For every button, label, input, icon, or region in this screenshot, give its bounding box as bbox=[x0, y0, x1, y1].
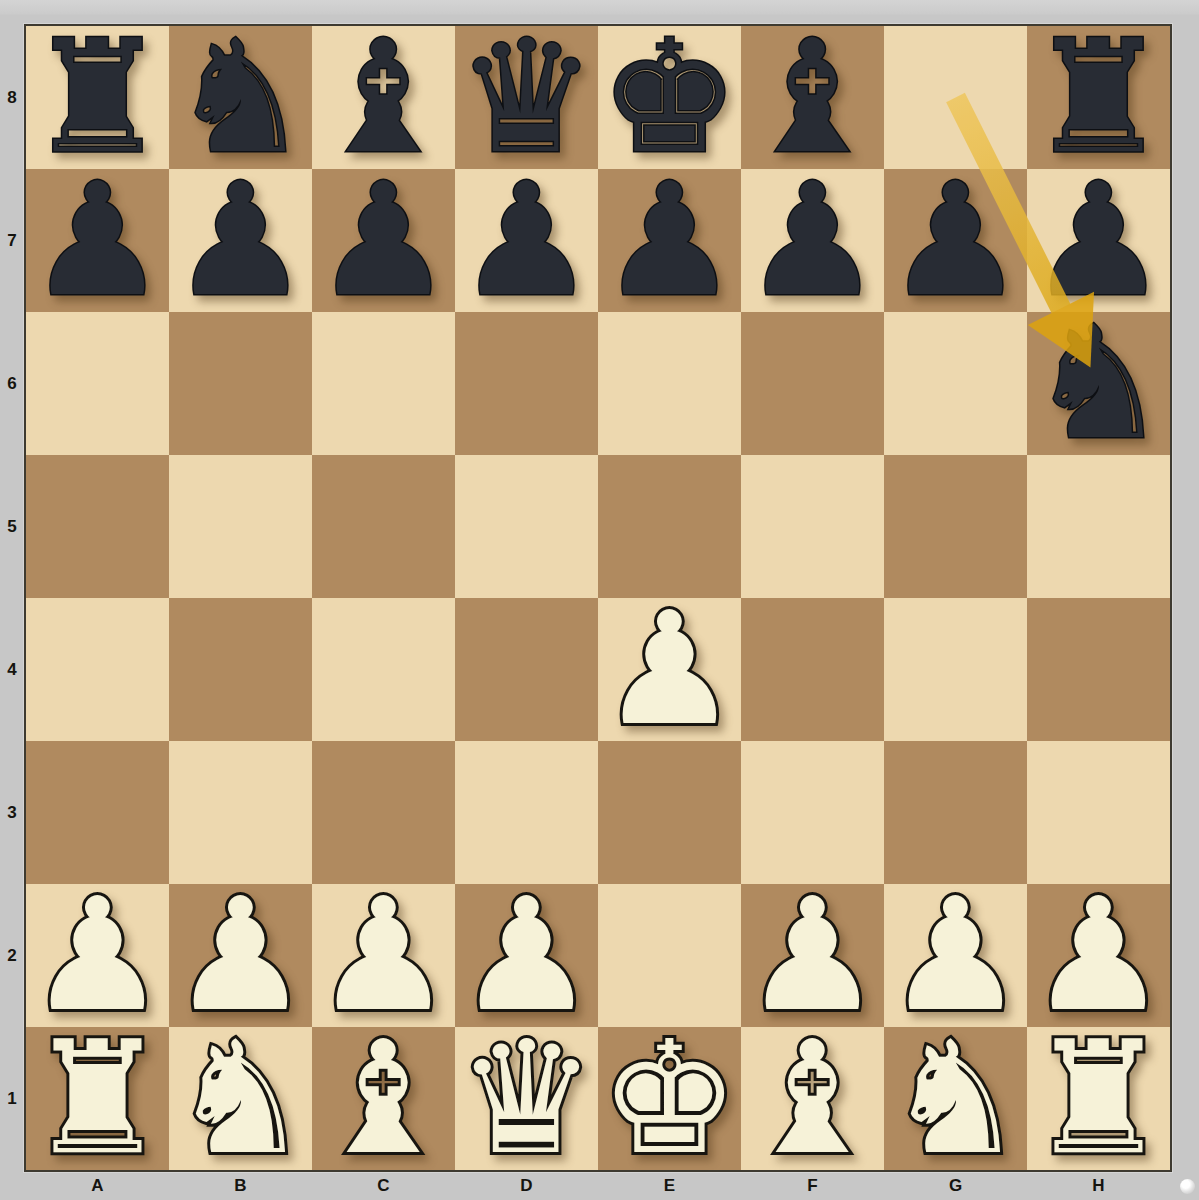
square-h8[interactable]: ♜ bbox=[1027, 26, 1170, 169]
square-e8[interactable]: ♚ bbox=[598, 26, 741, 169]
square-g8[interactable] bbox=[884, 26, 1027, 169]
black-rook: ♜ bbox=[1029, 26, 1169, 169]
square-d5[interactable] bbox=[455, 455, 598, 598]
square-h1[interactable]: ♜ bbox=[1027, 1027, 1170, 1170]
white-pawn: ♟ bbox=[743, 884, 883, 1027]
square-c4[interactable] bbox=[312, 598, 455, 741]
rank-labels: 87654321 bbox=[0, 26, 24, 1170]
square-d8[interactable]: ♛ bbox=[455, 26, 598, 169]
square-g1[interactable]: ♞ bbox=[884, 1027, 1027, 1170]
rank-label-5: 5 bbox=[0, 455, 24, 598]
square-d2[interactable]: ♟ bbox=[455, 884, 598, 1027]
white-knight: ♞ bbox=[886, 1027, 1026, 1170]
black-bishop: ♝ bbox=[743, 26, 883, 169]
square-a8[interactable]: ♜ bbox=[26, 26, 169, 169]
rank-label-7: 7 bbox=[0, 169, 24, 312]
white-pawn: ♟ bbox=[1029, 884, 1169, 1027]
square-b5[interactable] bbox=[169, 455, 312, 598]
rank-label-4: 4 bbox=[0, 598, 24, 741]
square-d3[interactable] bbox=[455, 741, 598, 884]
square-a5[interactable] bbox=[26, 455, 169, 598]
black-pawn: ♟ bbox=[743, 169, 883, 312]
file-label-a: A bbox=[26, 1173, 169, 1199]
square-g2[interactable]: ♟ bbox=[884, 884, 1027, 1027]
square-b3[interactable] bbox=[169, 741, 312, 884]
square-f7[interactable]: ♟ bbox=[741, 169, 884, 312]
square-g4[interactable] bbox=[884, 598, 1027, 741]
square-g5[interactable] bbox=[884, 455, 1027, 598]
black-pawn: ♟ bbox=[600, 169, 740, 312]
square-e2[interactable] bbox=[598, 884, 741, 1027]
square-e5[interactable] bbox=[598, 455, 741, 598]
board-grid: ♜♞♝♛♚♝♜♟♟♟♟♟♟♟♟♞♟♟♟♟♟♟♟♟♜♞♝♛♚♝♞♜ bbox=[26, 26, 1170, 1170]
square-c3[interactable] bbox=[312, 741, 455, 884]
square-g6[interactable] bbox=[884, 312, 1027, 455]
black-pawn: ♟ bbox=[886, 169, 1026, 312]
square-b6[interactable] bbox=[169, 312, 312, 455]
square-h7[interactable]: ♟ bbox=[1027, 169, 1170, 312]
square-b4[interactable] bbox=[169, 598, 312, 741]
file-label-b: B bbox=[169, 1173, 312, 1199]
square-a6[interactable] bbox=[26, 312, 169, 455]
square-a3[interactable] bbox=[26, 741, 169, 884]
square-d6[interactable] bbox=[455, 312, 598, 455]
white-king: ♚ bbox=[600, 1027, 740, 1170]
white-rook: ♜ bbox=[28, 1027, 168, 1170]
white-pawn: ♟ bbox=[600, 598, 740, 741]
square-c1[interactable]: ♝ bbox=[312, 1027, 455, 1170]
square-g7[interactable]: ♟ bbox=[884, 169, 1027, 312]
square-h3[interactable] bbox=[1027, 741, 1170, 884]
white-pawn: ♟ bbox=[171, 884, 311, 1027]
black-pawn: ♟ bbox=[314, 169, 454, 312]
black-knight: ♞ bbox=[1029, 312, 1169, 455]
white-pawn: ♟ bbox=[314, 884, 454, 1027]
rank-label-2: 2 bbox=[0, 884, 24, 1027]
square-a1[interactable]: ♜ bbox=[26, 1027, 169, 1170]
square-b7[interactable]: ♟ bbox=[169, 169, 312, 312]
square-d4[interactable] bbox=[455, 598, 598, 741]
square-e4[interactable]: ♟ bbox=[598, 598, 741, 741]
square-h4[interactable] bbox=[1027, 598, 1170, 741]
square-a7[interactable]: ♟ bbox=[26, 169, 169, 312]
square-c2[interactable]: ♟ bbox=[312, 884, 455, 1027]
corner-dot bbox=[1180, 1179, 1195, 1194]
square-f6[interactable] bbox=[741, 312, 884, 455]
rank-label-8: 8 bbox=[0, 26, 24, 169]
file-label-h: H bbox=[1027, 1173, 1170, 1199]
white-pawn: ♟ bbox=[457, 884, 597, 1027]
square-f2[interactable]: ♟ bbox=[741, 884, 884, 1027]
file-label-e: E bbox=[598, 1173, 741, 1199]
square-c8[interactable]: ♝ bbox=[312, 26, 455, 169]
square-f4[interactable] bbox=[741, 598, 884, 741]
square-h2[interactable]: ♟ bbox=[1027, 884, 1170, 1027]
square-h5[interactable] bbox=[1027, 455, 1170, 598]
black-knight: ♞ bbox=[171, 26, 311, 169]
square-g3[interactable] bbox=[884, 741, 1027, 884]
square-e3[interactable] bbox=[598, 741, 741, 884]
square-c5[interactable] bbox=[312, 455, 455, 598]
square-b8[interactable]: ♞ bbox=[169, 26, 312, 169]
black-pawn: ♟ bbox=[1029, 169, 1169, 312]
white-queen: ♛ bbox=[457, 1027, 597, 1170]
file-labels: ABCDEFGH bbox=[26, 1173, 1170, 1199]
square-d1[interactable]: ♛ bbox=[455, 1027, 598, 1170]
square-h6[interactable]: ♞ bbox=[1027, 312, 1170, 455]
black-king: ♚ bbox=[600, 26, 740, 169]
white-rook: ♜ bbox=[1029, 1027, 1169, 1170]
square-e1[interactable]: ♚ bbox=[598, 1027, 741, 1170]
white-knight: ♞ bbox=[171, 1027, 311, 1170]
square-f8[interactable]: ♝ bbox=[741, 26, 884, 169]
file-label-d: D bbox=[455, 1173, 598, 1199]
square-d7[interactable]: ♟ bbox=[455, 169, 598, 312]
square-f3[interactable] bbox=[741, 741, 884, 884]
black-pawn: ♟ bbox=[171, 169, 311, 312]
square-f5[interactable] bbox=[741, 455, 884, 598]
white-pawn: ♟ bbox=[28, 884, 168, 1027]
file-label-c: C bbox=[312, 1173, 455, 1199]
square-b1[interactable]: ♞ bbox=[169, 1027, 312, 1170]
square-e7[interactable]: ♟ bbox=[598, 169, 741, 312]
black-pawn: ♟ bbox=[457, 169, 597, 312]
white-bishop: ♝ bbox=[743, 1027, 883, 1170]
black-rook: ♜ bbox=[28, 26, 168, 169]
file-label-g: G bbox=[884, 1173, 1027, 1199]
black-queen: ♛ bbox=[457, 26, 597, 169]
square-a2[interactable]: ♟ bbox=[26, 884, 169, 1027]
white-bishop: ♝ bbox=[314, 1027, 454, 1170]
black-bishop: ♝ bbox=[314, 26, 454, 169]
square-c7[interactable]: ♟ bbox=[312, 169, 455, 312]
rank-label-1: 1 bbox=[0, 1027, 24, 1170]
square-a4[interactable] bbox=[26, 598, 169, 741]
chess-board: ♜♞♝♛♚♝♜♟♟♟♟♟♟♟♟♞♟♟♟♟♟♟♟♟♜♞♝♛♚♝♞♜ bbox=[24, 24, 1172, 1172]
square-e6[interactable] bbox=[598, 312, 741, 455]
black-pawn: ♟ bbox=[28, 169, 168, 312]
square-f1[interactable]: ♝ bbox=[741, 1027, 884, 1170]
square-c6[interactable] bbox=[312, 312, 455, 455]
white-pawn: ♟ bbox=[886, 884, 1026, 1027]
rank-label-6: 6 bbox=[0, 312, 24, 455]
square-b2[interactable]: ♟ bbox=[169, 884, 312, 1027]
rank-label-3: 3 bbox=[0, 741, 24, 884]
file-label-f: F bbox=[741, 1173, 884, 1199]
